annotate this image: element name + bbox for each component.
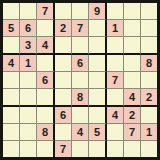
cell-r1c2[interactable] bbox=[20, 3, 37, 20]
cell-r1c8[interactable] bbox=[124, 3, 141, 20]
cell-r2c6[interactable] bbox=[89, 20, 107, 37]
cell-r9c4[interactable]: 7 bbox=[55, 141, 72, 157]
cell-r9c2[interactable] bbox=[20, 141, 37, 157]
cell-r5c2[interactable] bbox=[20, 72, 37, 89]
cell-r2c1[interactable]: 5 bbox=[3, 20, 20, 37]
cell-r4c4[interactable] bbox=[55, 55, 72, 72]
cell-r3c2[interactable]: 3 bbox=[20, 37, 37, 55]
cell-r3c4[interactable] bbox=[55, 37, 72, 55]
cell-r8c8[interactable]: 7 bbox=[124, 124, 141, 141]
cell-r2c3[interactable] bbox=[37, 20, 55, 37]
cell-r1c5[interactable] bbox=[72, 3, 89, 20]
cell-r4c5[interactable]: 6 bbox=[72, 55, 89, 72]
cell-r9c7[interactable] bbox=[107, 141, 124, 157]
cell-r6c9[interactable]: 2 bbox=[141, 89, 157, 107]
cell-r3c7[interactable] bbox=[107, 37, 124, 55]
cell-r1c9[interactable] bbox=[141, 3, 157, 20]
cell-r9c9[interactable] bbox=[141, 141, 157, 157]
cell-r7c2[interactable] bbox=[20, 107, 37, 124]
cell-r2c2[interactable]: 6 bbox=[20, 20, 37, 37]
cell-r5c6[interactable] bbox=[89, 72, 107, 89]
cell-r7c4[interactable]: 6 bbox=[55, 107, 72, 124]
cell-r7c9[interactable] bbox=[141, 107, 157, 124]
cell-r8c1[interactable] bbox=[3, 124, 20, 141]
cell-r8c5[interactable]: 4 bbox=[72, 124, 89, 141]
cell-r5c4[interactable] bbox=[55, 72, 72, 89]
cell-r8c6[interactable]: 5 bbox=[89, 124, 107, 141]
cell-r6c8[interactable]: 4 bbox=[124, 89, 141, 107]
cell-r2c8[interactable] bbox=[124, 20, 141, 37]
cell-r7c1[interactable] bbox=[3, 107, 20, 124]
cell-r6c4[interactable] bbox=[55, 89, 72, 107]
cell-r9c5[interactable] bbox=[72, 141, 89, 157]
cell-r4c2[interactable]: 1 bbox=[20, 55, 37, 72]
cell-r9c8[interactable] bbox=[124, 141, 141, 157]
cell-r7c3[interactable] bbox=[37, 107, 55, 124]
cell-r1c1[interactable] bbox=[3, 3, 20, 20]
cell-r8c7[interactable] bbox=[107, 124, 124, 141]
cell-r6c6[interactable] bbox=[89, 89, 107, 107]
cell-r1c7[interactable] bbox=[107, 3, 124, 20]
cell-r9c3[interactable] bbox=[37, 141, 55, 157]
cell-r4c1[interactable]: 4 bbox=[3, 55, 20, 72]
cell-r7c7[interactable]: 4 bbox=[107, 107, 124, 124]
cell-r6c1[interactable] bbox=[3, 89, 20, 107]
cell-r8c4[interactable] bbox=[55, 124, 72, 141]
cell-r7c6[interactable] bbox=[89, 107, 107, 124]
cell-r2c9[interactable] bbox=[141, 20, 157, 37]
sudoku-board: 795627134416867842642845717 bbox=[0, 0, 160, 160]
cell-r3c3[interactable]: 4 bbox=[37, 37, 55, 55]
cell-r5c7[interactable]: 7 bbox=[107, 72, 124, 89]
cell-r4c9[interactable]: 8 bbox=[141, 55, 157, 72]
cell-r6c5[interactable]: 8 bbox=[72, 89, 89, 107]
cell-r8c2[interactable] bbox=[20, 124, 37, 141]
cell-r4c6[interactable] bbox=[89, 55, 107, 72]
cell-r3c9[interactable] bbox=[141, 37, 157, 55]
cell-r5c5[interactable] bbox=[72, 72, 89, 89]
cell-r6c7[interactable] bbox=[107, 89, 124, 107]
cell-r2c5[interactable]: 7 bbox=[72, 20, 89, 37]
cell-r5c9[interactable] bbox=[141, 72, 157, 89]
cell-r1c3[interactable]: 7 bbox=[37, 3, 55, 20]
cell-r9c6[interactable] bbox=[89, 141, 107, 157]
cell-r2c4[interactable]: 2 bbox=[55, 20, 72, 37]
cell-r3c6[interactable] bbox=[89, 37, 107, 55]
cell-r7c8[interactable]: 2 bbox=[124, 107, 141, 124]
cell-r4c7[interactable] bbox=[107, 55, 124, 72]
cell-r8c3[interactable]: 8 bbox=[37, 124, 55, 141]
cell-r7c5[interactable] bbox=[72, 107, 89, 124]
cell-r8c9[interactable]: 1 bbox=[141, 124, 157, 141]
cell-r6c3[interactable] bbox=[37, 89, 55, 107]
cell-r1c6[interactable]: 9 bbox=[89, 3, 107, 20]
cell-r4c3[interactable] bbox=[37, 55, 55, 72]
cell-r4c8[interactable] bbox=[124, 55, 141, 72]
cell-r2c7[interactable]: 1 bbox=[107, 20, 124, 37]
cell-r3c5[interactable] bbox=[72, 37, 89, 55]
cell-r5c3[interactable]: 6 bbox=[37, 72, 55, 89]
cell-r3c8[interactable] bbox=[124, 37, 141, 55]
cell-r3c1[interactable] bbox=[3, 37, 20, 55]
cell-r5c8[interactable] bbox=[124, 72, 141, 89]
cell-r1c4[interactable] bbox=[55, 3, 72, 20]
cell-r6c2[interactable] bbox=[20, 89, 37, 107]
cell-r9c1[interactable] bbox=[3, 141, 20, 157]
cell-r5c1[interactable] bbox=[3, 72, 20, 89]
